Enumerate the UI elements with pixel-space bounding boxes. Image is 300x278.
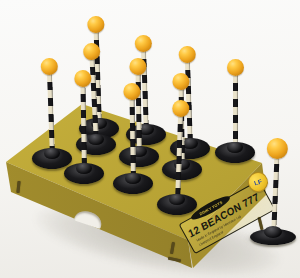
- beacon-globe: [87, 15, 105, 33]
- beacon-pole: [129, 91, 136, 177]
- beacon-globe: [227, 59, 244, 76]
- beacon-pole: [271, 148, 280, 231]
- beacon-globe: [82, 42, 100, 60]
- beacon-pole: [184, 54, 192, 142]
- beacon-pole: [140, 43, 148, 128]
- beacon-globe: [123, 82, 140, 99]
- beacon-pole: [80, 78, 87, 167]
- beacon-globe: [129, 57, 146, 74]
- beacon-globe: [266, 137, 288, 159]
- beacon-globe: [40, 57, 58, 75]
- beacon-globe: [172, 72, 189, 89]
- beacon-globe: [178, 45, 196, 63]
- beacon-globe: [172, 99, 190, 117]
- beacon-pole: [135, 66, 141, 150]
- beacon-base-hub: [264, 226, 282, 238]
- beacon-base-hub: [88, 134, 104, 145]
- beacon-base-hub: [227, 142, 243, 153]
- beacon-base-hub: [76, 163, 92, 174]
- beacon-globe: [74, 69, 91, 86]
- beacon-pole: [233, 67, 238, 146]
- beacon-globe: [134, 34, 152, 52]
- beacon-base-hub: [44, 148, 60, 159]
- beacon-base-hub: [125, 173, 141, 184]
- beacon-base-hub: [169, 194, 185, 205]
- product-photo: DINKY TOYS 12 BEACON 777 Made in England…: [0, 0, 300, 278]
- retailer-sticker-text: LF: [253, 177, 263, 186]
- beacon-base-hub: [182, 138, 198, 149]
